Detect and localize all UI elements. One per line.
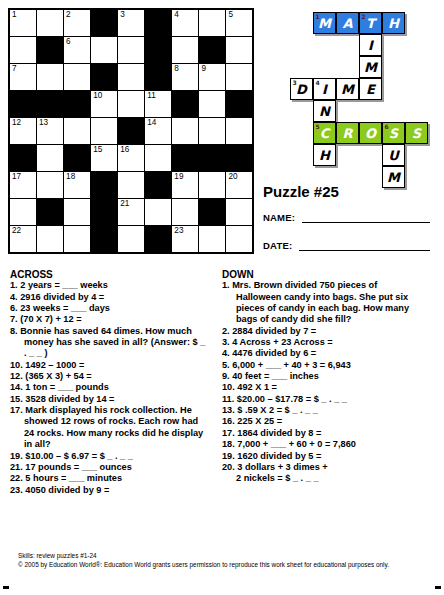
logo-letter-cell: N bbox=[313, 100, 336, 122]
clue-number: 16 bbox=[120, 145, 129, 154]
logo-letter-cell: H bbox=[382, 12, 405, 34]
down-clue: 2. 2884 divided by 7 = bbox=[222, 326, 424, 337]
answer-cell[interactable] bbox=[10, 199, 36, 225]
corner-crop-mark-left bbox=[3, 586, 9, 589]
across-clue: 15. 3528 divided by 14 = bbox=[10, 394, 208, 405]
logo-clue-number: 5 bbox=[316, 124, 320, 130]
answer-cell[interactable] bbox=[226, 37, 252, 63]
answer-cell[interactable] bbox=[37, 226, 63, 252]
logo-letter: M bbox=[364, 60, 377, 75]
logo-letter-cell: I bbox=[359, 34, 382, 56]
answer-cell[interactable] bbox=[118, 226, 144, 252]
across-clue: 7. (70 X 7) + 12 = bbox=[10, 314, 208, 325]
logo-letter: A bbox=[342, 16, 352, 31]
logo-letter: H bbox=[388, 16, 399, 31]
black-cell bbox=[10, 91, 36, 117]
name-label: NAME: bbox=[263, 212, 295, 223]
black-cell bbox=[145, 10, 171, 36]
answer-cell[interactable]: 12 bbox=[10, 118, 36, 144]
logo-letter-cell: M bbox=[382, 166, 405, 188]
logo-letter: U bbox=[388, 148, 399, 163]
clue-number: 15 bbox=[93, 145, 102, 154]
copyright-line: © 2005 by Education World®: Education Wo… bbox=[18, 560, 389, 569]
crossword-grid: 1234567891011121314151617181920212223 bbox=[8, 8, 254, 254]
logo-letter: T bbox=[366, 16, 375, 31]
logo-letter-cell: M bbox=[336, 78, 359, 100]
across-clue: 22. 5 hours = ___ minutes bbox=[10, 473, 208, 484]
across-clues-column: ACROSS 1. 2 years = ___ weeks4. 2916 div… bbox=[10, 269, 208, 496]
answer-cell[interactable]: 8 bbox=[172, 64, 198, 90]
clue-number: 12 bbox=[12, 118, 21, 127]
clue-number: 8 bbox=[174, 64, 179, 73]
black-cell bbox=[91, 10, 117, 36]
answer-cell[interactable] bbox=[118, 172, 144, 198]
clue-number: 22 bbox=[12, 226, 21, 235]
logo-letter-cell: R bbox=[336, 122, 359, 144]
answer-cell[interactable] bbox=[64, 118, 90, 144]
clue-number: 10 bbox=[93, 91, 102, 100]
name-row: NAME: bbox=[263, 209, 430, 223]
logo-letter: H bbox=[319, 148, 330, 163]
black-cell bbox=[91, 64, 117, 90]
down-clue: 3. 4 Across + 23 Across = bbox=[222, 337, 424, 348]
logo-letter: O bbox=[365, 126, 376, 141]
down-clue: 5. 6,000 + ___ + 40 + 3 = 6,943 bbox=[222, 360, 424, 371]
corner-crop-mark-right bbox=[435, 586, 441, 589]
clue-number: 11 bbox=[147, 91, 156, 100]
answer-cell[interactable] bbox=[226, 226, 252, 252]
clue-number: 9 bbox=[201, 64, 206, 73]
black-cell bbox=[172, 145, 198, 171]
across-clue: 4. 2916 divided by 4 = bbox=[10, 292, 208, 303]
logo-clue-number: 2 bbox=[362, 14, 366, 20]
skills-line: Skills: review puzzles #1-24 bbox=[18, 551, 389, 560]
answer-cell[interactable]: 17 bbox=[10, 172, 36, 198]
logo-letter-cell: M1 bbox=[313, 12, 336, 34]
answer-cell[interactable]: 16 bbox=[118, 145, 144, 171]
logo-letter: N bbox=[319, 104, 330, 119]
black-cell bbox=[64, 91, 90, 117]
answer-cell[interactable] bbox=[37, 145, 63, 171]
logo-letter-cell: S6 bbox=[382, 122, 405, 144]
answer-cell[interactable]: 9 bbox=[199, 64, 225, 90]
down-clue: 10. 492 X 1 = bbox=[222, 382, 424, 393]
answer-cell[interactable]: 1 bbox=[10, 10, 36, 36]
black-cell bbox=[91, 172, 117, 198]
black-cell bbox=[37, 91, 63, 117]
black-cell bbox=[118, 118, 144, 144]
answer-cell[interactable]: 23 bbox=[172, 226, 198, 252]
across-clue: 10. 1492 – 1000 = bbox=[10, 360, 208, 371]
clue-number: 3 bbox=[120, 10, 125, 19]
answer-cell[interactable]: 13 bbox=[37, 118, 63, 144]
answer-cell[interactable] bbox=[172, 37, 198, 63]
across-clue: 23. 4050 divided by 9 = bbox=[10, 485, 208, 496]
logo-letter: E bbox=[366, 82, 375, 97]
answer-cell[interactable] bbox=[199, 91, 225, 117]
across-clue: 1. 2 years = ___ weeks bbox=[10, 280, 208, 291]
date-row: DATE: bbox=[263, 237, 430, 251]
name-input-line[interactable] bbox=[302, 210, 430, 223]
mathcross-logo: M1AT2HIMD3I4MENC5ROS6SHUM bbox=[290, 12, 428, 188]
logo-letter: S bbox=[412, 126, 421, 141]
logo-letter-cell: H bbox=[313, 144, 336, 166]
answer-cell[interactable] bbox=[145, 199, 171, 225]
answer-cell[interactable] bbox=[10, 37, 36, 63]
answer-cell[interactable]: 14 bbox=[145, 118, 171, 144]
answer-cell[interactable] bbox=[226, 64, 252, 90]
answer-cell[interactable]: 7 bbox=[10, 64, 36, 90]
answer-cell[interactable] bbox=[172, 118, 198, 144]
answer-cell[interactable] bbox=[226, 118, 252, 144]
logo-letter-cell: I4 bbox=[313, 78, 336, 100]
answer-cell[interactable]: 18 bbox=[64, 172, 90, 198]
across-clue: 19. $10.00 – $ 6.97 = $ _ . _ _ bbox=[10, 451, 208, 462]
answer-cell[interactable] bbox=[64, 226, 90, 252]
down-clue: 20. 3 dollars + 3 dimes + 2 nickels = $ … bbox=[222, 462, 424, 485]
black-cell bbox=[145, 172, 171, 198]
answer-cell[interactable] bbox=[199, 118, 225, 144]
answer-cell[interactable]: 5 bbox=[226, 10, 252, 36]
down-clue: 16. 225 X 25 = bbox=[222, 416, 424, 427]
down-title: DOWN bbox=[222, 269, 424, 280]
logo-clue-number: 6 bbox=[385, 124, 389, 130]
down-clue: 18. 7,000 + ___ + 60 + 0 = 7,860 bbox=[222, 439, 424, 450]
logo-letter: D bbox=[296, 82, 307, 97]
logo-clue-number: 1 bbox=[316, 14, 320, 20]
clue-number: 14 bbox=[147, 118, 156, 127]
down-clue: 13. $ .59 X 2 = $ _ . _ _ bbox=[222, 405, 424, 416]
black-cell bbox=[37, 199, 63, 225]
clue-number: 23 bbox=[174, 226, 183, 235]
answer-cell[interactable] bbox=[64, 199, 90, 225]
page-title: Puzzle #25 bbox=[263, 183, 339, 200]
logo-letter: S bbox=[389, 126, 398, 141]
clue-number: 21 bbox=[120, 199, 129, 208]
black-cell bbox=[91, 226, 117, 252]
down-clue: 9. 40 feet = ___ inches bbox=[222, 371, 424, 382]
across-clue: 6. 23 weeks = ___ days bbox=[10, 303, 208, 314]
across-clue: 14. 1 ton = ___ pounds bbox=[10, 382, 208, 393]
logo-letter: M bbox=[341, 82, 354, 97]
clue-number: 13 bbox=[39, 118, 48, 127]
answer-cell[interactable]: 2 bbox=[64, 10, 90, 36]
answer-cell[interactable] bbox=[199, 226, 225, 252]
clue-number: 4 bbox=[174, 10, 179, 19]
answer-cell[interactable] bbox=[91, 118, 117, 144]
answer-cell[interactable]: 11 bbox=[145, 91, 171, 117]
black-cell bbox=[145, 226, 171, 252]
logo-letter-cell: A bbox=[336, 12, 359, 34]
logo-letter: C bbox=[320, 126, 330, 141]
logo-letter: R bbox=[342, 126, 352, 141]
answer-cell[interactable] bbox=[64, 64, 90, 90]
black-cell bbox=[199, 199, 225, 225]
clue-number: 7 bbox=[12, 64, 17, 73]
down-clue: 17. 1864 divided by 8 = bbox=[222, 428, 424, 439]
answer-cell[interactable] bbox=[172, 199, 198, 225]
answer-cell[interactable]: 6 bbox=[64, 37, 90, 63]
logo-letter-cell: D3 bbox=[290, 78, 313, 100]
down-clue: 4. 4476 divided by 6 = bbox=[222, 348, 424, 359]
clue-number: 18 bbox=[66, 172, 75, 181]
black-cell bbox=[145, 37, 171, 63]
answer-cell[interactable] bbox=[145, 145, 171, 171]
black-cell bbox=[145, 64, 171, 90]
down-clue: 11. $20.00 – $17.78 = $ _ . _ _ bbox=[222, 394, 424, 405]
logo-letter: M bbox=[318, 16, 331, 31]
down-clue: 1. Mrs. Brown divided 750 pieces of Hall… bbox=[222, 280, 424, 325]
worksheet-page: 1234567891011121314151617181920212223 M1… bbox=[0, 0, 444, 595]
logo-letter: M bbox=[387, 170, 400, 185]
answer-cell[interactable]: 22 bbox=[10, 226, 36, 252]
answer-cell[interactable] bbox=[199, 10, 225, 36]
black-cell bbox=[91, 199, 117, 225]
across-clue: 17. Mark displayed his rock collection. … bbox=[10, 405, 208, 450]
down-clue: 19. 1620 divided by 5 = bbox=[222, 451, 424, 462]
answer-cell[interactable] bbox=[118, 37, 144, 63]
logo-letter-cell: T2 bbox=[359, 12, 382, 34]
clue-number: 20 bbox=[228, 172, 237, 181]
logo-letter-cell: E bbox=[359, 78, 382, 100]
across-clue: 8. Bonnie has saved 64 dimes. How much m… bbox=[10, 326, 208, 360]
clue-number: 19 bbox=[174, 172, 183, 181]
across-clue: 12. (365 X 3) + 54 = bbox=[10, 371, 208, 382]
black-cell bbox=[37, 37, 63, 63]
logo-clue-number: 4 bbox=[316, 80, 320, 86]
logo-letter-cell: U bbox=[382, 144, 405, 166]
clue-number: 5 bbox=[228, 10, 233, 19]
logo-letter-cell: C5 bbox=[313, 122, 336, 144]
answer-cell[interactable] bbox=[37, 172, 63, 198]
clue-number: 6 bbox=[66, 37, 71, 46]
answer-cell[interactable]: 3 bbox=[118, 10, 144, 36]
answer-cell[interactable]: 15 bbox=[91, 145, 117, 171]
answer-cell[interactable] bbox=[118, 64, 144, 90]
clue-number: 1 bbox=[12, 10, 17, 19]
logo-letter-cell: O bbox=[359, 122, 382, 144]
black-cell bbox=[199, 37, 225, 63]
logo-clue-number: 3 bbox=[293, 80, 297, 86]
answer-cell[interactable]: 21 bbox=[118, 199, 144, 225]
logo-letter: I bbox=[368, 38, 373, 53]
across-clue: 21. 17 pounds = ___ ounces bbox=[10, 462, 208, 473]
logo-letter: I bbox=[322, 82, 327, 97]
answer-cell[interactable] bbox=[37, 10, 63, 36]
date-label: DATE: bbox=[263, 240, 292, 251]
black-cell bbox=[226, 91, 252, 117]
answer-cell[interactable]: 19 bbox=[172, 172, 198, 198]
date-input-line[interactable] bbox=[299, 238, 430, 251]
across-title: ACROSS bbox=[10, 269, 208, 280]
black-cell bbox=[64, 145, 90, 171]
answer-cell[interactable]: 4 bbox=[172, 10, 198, 36]
logo-letter-cell: S bbox=[405, 122, 428, 144]
answer-cell[interactable]: 10 bbox=[91, 91, 117, 117]
answer-cell[interactable]: 20 bbox=[226, 172, 252, 198]
answer-cell[interactable] bbox=[118, 91, 144, 117]
footer: Skills: review puzzles #1-24 © 2005 by E… bbox=[18, 551, 389, 569]
down-clues-column: DOWN 1. Mrs. Brown divided 750 pieces of… bbox=[222, 269, 424, 485]
logo-letter-cell: M bbox=[359, 56, 382, 78]
answer-cell[interactable] bbox=[226, 199, 252, 225]
answer-cell[interactable] bbox=[199, 172, 225, 198]
black-cell bbox=[10, 145, 36, 171]
answer-cell[interactable] bbox=[37, 64, 63, 90]
black-cell bbox=[172, 91, 198, 117]
black-cell bbox=[226, 145, 252, 171]
answer-cell[interactable] bbox=[91, 37, 117, 63]
clue-number: 2 bbox=[66, 10, 71, 19]
black-cell bbox=[199, 145, 225, 171]
clue-number: 17 bbox=[12, 172, 21, 181]
